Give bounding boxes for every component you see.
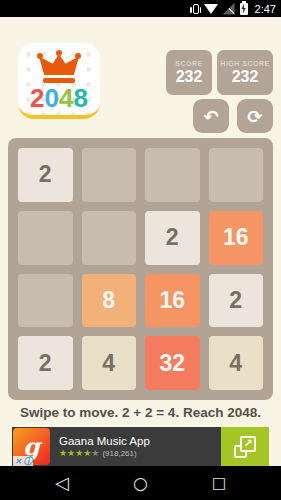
tile-2-r2c3: 2 — [145, 211, 200, 265]
ad-text-block: Gaana Music App ★★★★★ (918,261) — [59, 435, 221, 458]
tile-2-r1c1: 2 — [18, 148, 73, 202]
tile-8-r3c2: 8 — [82, 274, 137, 328]
undo-button[interactable]: ↶ — [193, 99, 229, 133]
refresh-icon: ⟳ — [247, 106, 262, 127]
status-bar: 2:47 — [0, 0, 281, 17]
logo-digit: 8 — [73, 83, 87, 113]
ad-info-icon[interactable]: ⓘ — [23, 456, 33, 466]
app-logo: 2048 — [18, 43, 100, 119]
ad-app-name: Gaana Music App — [59, 435, 221, 447]
tile-16-r2c4: 16 — [209, 211, 264, 265]
tile-2-r3c4: 2 — [209, 274, 264, 328]
ad-rating-row: ★★★★★ (918,261) — [59, 449, 221, 458]
logo-digit: 2 — [30, 83, 44, 113]
tile-2-r4c1: 2 — [18, 336, 73, 390]
score-label: SCORE — [166, 60, 212, 67]
status-time: 2:47 — [255, 3, 276, 15]
tile-4-r4c2: 4 — [82, 336, 137, 390]
score-box: SCORE 232 — [166, 50, 212, 95]
ad-banner[interactable]: g × ⓘ Gaana Music App ★★★★★ (918,261) ↗ — [12, 427, 269, 466]
ad-rating-count: (918,261) — [102, 449, 136, 458]
undo-icon: ↶ — [203, 106, 218, 127]
high-score-value: 232 — [217, 68, 273, 86]
home-button[interactable]: ○ — [131, 475, 151, 492]
instructions-text: Swipe to move. 2 + 2 = 4. Reach 2048. — [0, 405, 281, 420]
back-button[interactable]: ◁ — [52, 474, 72, 492]
restart-button[interactable]: ⟳ — [237, 99, 273, 133]
high-score-label: HIGH SCORE — [217, 60, 273, 67]
score-value: 232 — [166, 68, 212, 86]
star-rating-icons: ★★★★★ — [59, 449, 99, 458]
logo-digit: 0 — [45, 83, 59, 113]
empty-cell-r1c3 — [145, 148, 200, 202]
ad-install-button[interactable]: ↗ — [221, 427, 269, 466]
2048-app-screen: 2:47 2048 SCORE 232 HIGH SCORE 232 ↶ ⟳ 2… — [0, 0, 281, 500]
empty-cell-r1c2 — [82, 148, 137, 202]
empty-cell-r2c1 — [18, 211, 73, 265]
high-score-box: HIGH SCORE 232 — [217, 50, 273, 95]
tile-4-r4c4: 4 — [209, 336, 264, 390]
empty-cell-r1c4 — [209, 148, 264, 202]
battery-charging-icon — [240, 3, 248, 15]
vibrate-icon — [193, 4, 199, 14]
tile-32-r4c3: 32 — [145, 336, 200, 390]
no-signal-icon — [223, 3, 235, 15]
tile-16-r3c3: 16 — [145, 274, 200, 328]
android-nav-bar: ◁ ○ □ — [0, 466, 281, 500]
empty-cell-r2c2 — [82, 211, 137, 265]
logo-digit: 4 — [59, 83, 73, 113]
recents-button[interactable]: □ — [209, 476, 229, 491]
empty-cell-r3c1 — [18, 274, 73, 328]
logo-2048-text: 2048 — [18, 85, 100, 111]
game-board[interactable]: 2216816224324 — [8, 138, 273, 400]
ad-close-icon[interactable]: × — [13, 456, 23, 466]
gaana-app-icon: g × ⓘ — [13, 428, 50, 465]
wifi-icon — [204, 4, 218, 14]
crown-icon — [39, 54, 79, 75]
open-external-icon: ↗ — [233, 435, 257, 459]
adchoices-controls[interactable]: × ⓘ — [13, 456, 33, 466]
